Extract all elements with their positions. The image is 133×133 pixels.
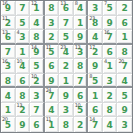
cell-r6c9[interactable]: 4 (117, 74, 132, 89)
cage-sum-label: 16 (2, 1, 7, 6)
cell-r4c9[interactable]: 8 (117, 45, 132, 60)
cell-digit: 5 (19, 17, 25, 28)
cell-r1c3[interactable]: 121 (30, 1, 45, 16)
cell-digit: 1 (63, 75, 69, 86)
cell-digit: 1 (77, 17, 83, 28)
cell-digit: 8 (122, 46, 128, 57)
cell-r9c3[interactable]: 6 (30, 117, 45, 132)
cage-sum-label: 13 (2, 30, 7, 35)
cell-r4c5[interactable]: 234 (59, 45, 74, 60)
cell-r5c1[interactable]: 163 (1, 59, 16, 74)
cell-digit: 9 (63, 90, 69, 101)
cell-digit: 9 (77, 31, 83, 42)
cell-r3c6[interactable]: 9 (74, 30, 89, 45)
cell-r4c8[interactable]: 6 (103, 45, 118, 60)
cell-r7c7[interactable]: 1 (88, 88, 103, 103)
cell-r3c1[interactable]: 136 (1, 30, 16, 45)
cell-r7c6[interactable]: 6 (74, 88, 89, 103)
cell-r5c9[interactable]: 207 (117, 59, 132, 74)
cell-digit: 5 (33, 60, 39, 71)
cell-r4c6[interactable]: 133 (74, 45, 89, 60)
cell-r3c7[interactable]: 4 (88, 30, 103, 45)
cage-sum-label: 12 (31, 1, 36, 6)
cell-r7c2[interactable]: 8 (16, 88, 31, 103)
cell-r1c9[interactable]: 2 (117, 1, 132, 16)
cell-digit: 2 (48, 31, 54, 42)
cell-r8c1[interactable]: 1 (1, 103, 16, 118)
cell-digit: 6 (77, 90, 83, 101)
cell-digit: 8 (48, 2, 54, 13)
cell-r6c8[interactable]: 3 (103, 74, 118, 89)
cell-r5c7[interactable]: 9 (88, 59, 103, 74)
cell-r2c7[interactable]: 238 (88, 16, 103, 31)
cell-digit: 6 (122, 17, 128, 28)
cell-r9c9[interactable]: 3 (117, 117, 132, 132)
cage-sum-label: 10 (17, 59, 22, 64)
cell-r2c2[interactable]: 5 (16, 16, 31, 31)
cell-digit: 8 (107, 104, 113, 115)
cage-sum-label: 10 (31, 74, 36, 79)
cage-sum-label: 24 (46, 88, 51, 93)
cell-digit: 2 (122, 2, 128, 13)
cell-digit: 2 (63, 60, 69, 71)
cell-r5c8[interactable]: 41 (103, 59, 118, 74)
cell-r9c1[interactable]: 205 (1, 117, 16, 132)
cell-digit: 4 (122, 75, 128, 86)
sudoku-board: 1697121813684375211254371238961364382594… (0, 0, 133, 133)
cell-digit: 7 (77, 75, 83, 86)
cell-r6c1[interactable]: 8 (1, 74, 16, 89)
cell-r5c5[interactable]: 2 (59, 59, 74, 74)
cage-sum-label: 23 (89, 16, 94, 21)
cell-digit: 4 (77, 2, 83, 13)
cell-digit: 8 (5, 75, 11, 86)
cell-digit: 9 (107, 17, 113, 28)
cell-digit: 6 (19, 75, 25, 86)
cell-digit: 8 (19, 90, 25, 101)
cage-sum-label: 20 (2, 117, 7, 122)
cell-r8c8[interactable]: 8 (103, 103, 118, 118)
cell-digit: 7 (33, 104, 39, 115)
cell-digit: 3 (107, 75, 113, 86)
cell-r7c5[interactable]: 9 (59, 88, 74, 103)
cell-r6c7[interactable]: 85 (88, 74, 103, 89)
cage-sum-label: 13 (60, 1, 65, 6)
cage-sum-label: 8 (89, 74, 92, 79)
cell-r1c6[interactable]: 84 (74, 1, 89, 16)
cell-r2c6[interactable]: 1 (74, 16, 89, 31)
cell-digit: 8 (77, 60, 83, 71)
cell-digit: 4 (107, 119, 113, 130)
cell-r5c2[interactable]: 104 (16, 59, 31, 74)
cell-digit: 7 (63, 17, 69, 28)
cell-digit: 9 (92, 60, 98, 71)
cell-digit: 9 (122, 104, 128, 115)
cell-r7c9[interactable]: 5 (117, 88, 132, 103)
cell-r8c7[interactable]: 6 (88, 103, 103, 118)
cell-r1c4[interactable]: 8 (45, 1, 60, 16)
cell-r2c3[interactable]: 4 (30, 16, 45, 31)
cell-digit: 5 (107, 2, 113, 13)
cell-r7c8[interactable]: 2 (103, 88, 118, 103)
cell-r8c9[interactable]: 9 (117, 103, 132, 118)
cell-digit: 6 (48, 60, 54, 71)
cell-r8c2[interactable]: 132 (16, 103, 31, 118)
cage-sum-label: 11 (46, 45, 51, 50)
cell-r6c3[interactable]: 102 (30, 74, 45, 89)
cage-sum-label: 23 (60, 45, 65, 50)
cell-digit: 3 (63, 104, 69, 115)
cell-r4c3[interactable]: 149 (30, 45, 45, 60)
cell-r1c8[interactable]: 75 (103, 1, 118, 16)
cell-r5c3[interactable]: 5 (30, 59, 45, 74)
cell-r3c2[interactable]: 43 (16, 30, 31, 45)
cell-r7c4[interactable]: 247 (45, 88, 60, 103)
cell-r1c7[interactable]: 3 (88, 1, 103, 16)
cell-r4c2[interactable]: 1 (16, 45, 31, 60)
cell-r6c5[interactable]: 1 (59, 74, 74, 89)
cell-r9c4[interactable]: 111 (45, 117, 60, 132)
cell-digit: 3 (92, 2, 98, 13)
cage-sum-label: 14 (89, 117, 94, 122)
cell-r2c1[interactable]: 112 (1, 16, 16, 31)
cell-digit: 3 (33, 90, 39, 101)
cell-r8c6[interactable]: 105 (74, 103, 89, 118)
cell-r9c5[interactable]: 8 (59, 117, 74, 132)
cell-digit: 4 (48, 104, 54, 115)
cell-r8c5[interactable]: 3 (59, 103, 74, 118)
cell-digit: 3 (122, 119, 128, 130)
cell-r1c5[interactable]: 136 (59, 1, 74, 16)
cell-r5c6[interactable]: 8 (74, 59, 89, 74)
cell-digit: 2 (77, 119, 83, 130)
cell-digit: 8 (33, 31, 39, 42)
cell-digit: 1 (107, 60, 113, 71)
cell-digit: 9 (19, 119, 25, 130)
cell-digit: 4 (5, 90, 11, 101)
cage-sum-label: 17 (89, 45, 94, 50)
cell-digit: 6 (92, 104, 98, 115)
cell-r1c2[interactable]: 7 (16, 1, 31, 16)
cell-r2c8[interactable]: 9 (103, 16, 118, 31)
cell-r3c5[interactable]: 5 (59, 30, 74, 45)
cell-r5c4[interactable]: 6 (45, 59, 60, 74)
cell-r1c1[interactable]: 169 (1, 1, 16, 16)
cell-r6c4[interactable]: 9 (45, 74, 60, 89)
cell-r3c4[interactable]: 2 (45, 30, 60, 45)
cell-r9c6[interactable]: 2 (74, 117, 89, 132)
cage-sum-label: 11 (46, 117, 51, 122)
cell-r8c3[interactable]: 7 (30, 103, 45, 118)
cell-r6c2[interactable]: 6 (16, 74, 31, 89)
cell-r4c7[interactable]: 172 (88, 45, 103, 60)
cell-digit: 3 (19, 31, 25, 42)
cell-r9c7[interactable]: 147 (88, 117, 103, 132)
cell-r4c4[interactable]: 115 (45, 45, 60, 60)
cell-r3c9[interactable]: 1 (117, 30, 132, 45)
cell-digit: 8 (63, 119, 69, 130)
cell-r6c6[interactable]: 7 (74, 74, 89, 89)
cage-sum-label: 16 (2, 59, 7, 64)
cage-sum-label: 13 (17, 103, 22, 108)
cell-r3c3[interactable]: 8 (30, 30, 45, 45)
cage-sum-label: 20 (118, 59, 123, 64)
cell-r2c9[interactable]: 6 (117, 16, 132, 31)
cell-digit: 1 (5, 104, 11, 115)
cell-digit: 9 (48, 75, 54, 86)
cell-digit: 3 (48, 17, 54, 28)
cell-digit: 7 (19, 2, 25, 13)
cell-r2c4[interactable]: 3 (45, 16, 60, 31)
cell-digit: 7 (5, 46, 11, 57)
cage-sum-label: 7 (104, 1, 107, 6)
cell-digit: 5 (122, 90, 128, 101)
cell-digit: 2 (107, 90, 113, 101)
cell-digit: 6 (107, 46, 113, 57)
cell-digit: 6 (33, 119, 39, 130)
cell-r4c1[interactable]: 7 (1, 45, 16, 60)
cell-digit: 4 (92, 31, 98, 42)
cage-sum-label: 8 (75, 1, 78, 6)
cell-r8c4[interactable]: 4 (45, 103, 60, 118)
cell-digit: 5 (92, 75, 98, 86)
cage-sum-label: 14 (31, 45, 36, 50)
cell-r2c5[interactable]: 7 (59, 16, 74, 31)
cell-r7c1[interactable]: 4 (1, 88, 16, 103)
cage-sum-label: 11 (2, 16, 7, 21)
cage-sum-label: 4 (104, 59, 107, 64)
cell-r3c8[interactable]: 167 (103, 30, 118, 45)
cell-digit: 1 (122, 31, 128, 42)
cage-sum-label: 4 (17, 30, 20, 35)
cage-sum-label: 10 (75, 103, 80, 108)
cell-r9c8[interactable]: 4 (103, 117, 118, 132)
cell-digit: 4 (33, 17, 39, 28)
cell-digit: 1 (92, 90, 98, 101)
cage-sum-label: 16 (104, 30, 109, 35)
cage-sum-label: 13 (75, 45, 80, 50)
cell-r7c3[interactable]: 3 (30, 88, 45, 103)
cell-digit: 1 (19, 46, 25, 57)
cell-digit: 5 (63, 31, 69, 42)
cell-r9c2[interactable]: 9 (16, 117, 31, 132)
